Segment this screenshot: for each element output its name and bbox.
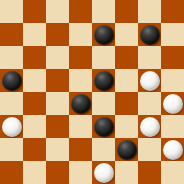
square-r6c7[interactable] bbox=[161, 138, 184, 161]
square-r7c5 bbox=[115, 161, 138, 184]
square-r0c0 bbox=[0, 0, 23, 23]
square-r3c1 bbox=[23, 69, 46, 92]
white-man-piece[interactable] bbox=[94, 163, 114, 183]
square-r2c3[interactable] bbox=[69, 46, 92, 69]
square-r1c3 bbox=[69, 23, 92, 46]
square-r3c3 bbox=[69, 69, 92, 92]
square-r1c1 bbox=[23, 23, 46, 46]
square-r4c5[interactable] bbox=[115, 92, 138, 115]
white-man-piece[interactable] bbox=[2, 117, 22, 137]
black-man-piece[interactable] bbox=[71, 94, 91, 114]
square-r0c6 bbox=[138, 0, 161, 23]
black-man-piece[interactable] bbox=[2, 71, 22, 91]
square-r3c5 bbox=[115, 69, 138, 92]
square-r2c0 bbox=[0, 46, 23, 69]
square-r5c3 bbox=[69, 115, 92, 138]
square-r0c4 bbox=[92, 0, 115, 23]
square-r2c7[interactable] bbox=[161, 46, 184, 69]
square-r4c3[interactable] bbox=[69, 92, 92, 115]
square-r5c4[interactable] bbox=[92, 115, 115, 138]
square-r1c0[interactable] bbox=[0, 23, 23, 46]
square-r6c3[interactable] bbox=[69, 138, 92, 161]
square-r5c1 bbox=[23, 115, 46, 138]
square-r2c6 bbox=[138, 46, 161, 69]
white-man-piece[interactable] bbox=[163, 140, 183, 160]
white-man-piece[interactable] bbox=[163, 94, 183, 114]
square-r6c0 bbox=[0, 138, 23, 161]
square-r3c2[interactable] bbox=[46, 69, 69, 92]
square-r1c5 bbox=[115, 23, 138, 46]
square-r3c7 bbox=[161, 69, 184, 92]
square-r3c0[interactable] bbox=[0, 69, 23, 92]
square-r0c3[interactable] bbox=[69, 0, 92, 23]
square-r2c2 bbox=[46, 46, 69, 69]
square-r1c4[interactable] bbox=[92, 23, 115, 46]
square-r7c2[interactable] bbox=[46, 161, 69, 184]
square-r2c4 bbox=[92, 46, 115, 69]
white-man-piece[interactable] bbox=[140, 117, 160, 137]
square-r1c2[interactable] bbox=[46, 23, 69, 46]
square-r2c1[interactable] bbox=[23, 46, 46, 69]
square-r1c6[interactable] bbox=[138, 23, 161, 46]
square-r7c4[interactable] bbox=[92, 161, 115, 184]
black-man-piece[interactable] bbox=[94, 71, 114, 91]
square-r5c2[interactable] bbox=[46, 115, 69, 138]
black-man-piece[interactable] bbox=[94, 25, 114, 45]
square-r7c3 bbox=[69, 161, 92, 184]
square-r0c2 bbox=[46, 0, 69, 23]
square-r5c5 bbox=[115, 115, 138, 138]
square-r4c7[interactable] bbox=[161, 92, 184, 115]
square-r6c6 bbox=[138, 138, 161, 161]
square-r7c7 bbox=[161, 161, 184, 184]
square-r4c0 bbox=[0, 92, 23, 115]
square-r0c1[interactable] bbox=[23, 0, 46, 23]
square-r0c5[interactable] bbox=[115, 0, 138, 23]
square-r6c4 bbox=[92, 138, 115, 161]
black-man-piece[interactable] bbox=[140, 25, 160, 45]
square-r6c1[interactable] bbox=[23, 138, 46, 161]
square-r6c2 bbox=[46, 138, 69, 161]
square-r6c5[interactable] bbox=[115, 138, 138, 161]
square-r1c7 bbox=[161, 23, 184, 46]
square-r7c1 bbox=[23, 161, 46, 184]
square-r5c7 bbox=[161, 115, 184, 138]
square-r7c6[interactable] bbox=[138, 161, 161, 184]
square-r7c0[interactable] bbox=[0, 161, 23, 184]
black-man-piece[interactable] bbox=[94, 117, 114, 137]
square-r0c7[interactable] bbox=[161, 0, 184, 23]
square-r5c0[interactable] bbox=[0, 115, 23, 138]
square-r3c4[interactable] bbox=[92, 69, 115, 92]
checkers-board bbox=[0, 0, 184, 184]
square-r4c4 bbox=[92, 92, 115, 115]
square-r4c1[interactable] bbox=[23, 92, 46, 115]
square-r2c5[interactable] bbox=[115, 46, 138, 69]
square-r3c6[interactable] bbox=[138, 69, 161, 92]
square-r4c6 bbox=[138, 92, 161, 115]
black-man-piece[interactable] bbox=[117, 140, 137, 160]
square-r4c2 bbox=[46, 92, 69, 115]
square-r5c6[interactable] bbox=[138, 115, 161, 138]
white-man-piece[interactable] bbox=[140, 71, 160, 91]
